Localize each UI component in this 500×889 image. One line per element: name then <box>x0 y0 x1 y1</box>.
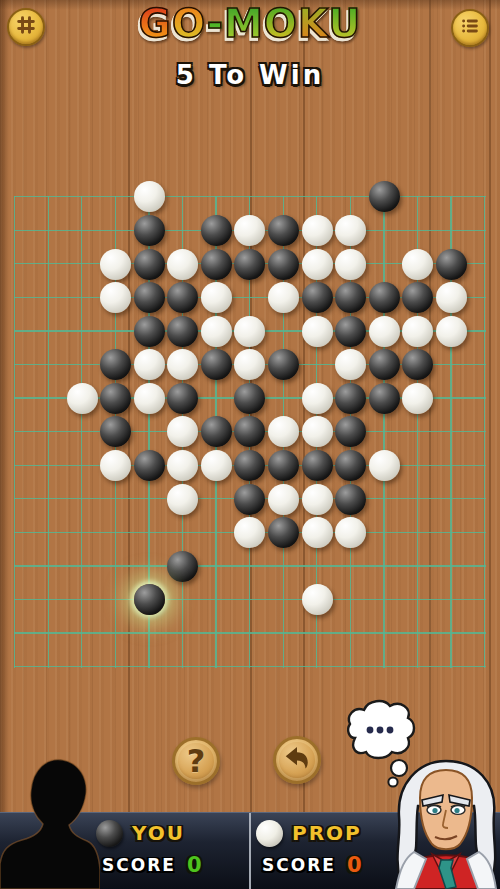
black-stone: ● <box>369 282 400 313</box>
intersection-r0-c3[interactable] <box>99 180 133 214</box>
intersection-r7-c0[interactable] <box>0 415 32 449</box>
intersection-r6-c9[interactable]: ○ <box>300 382 334 416</box>
intersection-r12-c1[interactable] <box>32 583 66 617</box>
intersection-r13-c4[interactable] <box>132 617 166 651</box>
intersection-r5-c1[interactable] <box>32 348 66 382</box>
intersection-r7-c12[interactable] <box>401 415 435 449</box>
intersection-r1-c4[interactable]: ● <box>132 214 166 248</box>
intersection-r13-c9[interactable] <box>300 617 334 651</box>
intersection-r9-c8[interactable]: ○ <box>267 482 301 516</box>
prop-score-label: SCORE <box>262 855 336 875</box>
intersection-r3-c14[interactable] <box>468 281 500 315</box>
intersection-r4-c6[interactable]: ○ <box>200 314 234 348</box>
intersection-r12-c6[interactable] <box>200 583 234 617</box>
intersection-r10-c6[interactable] <box>200 516 234 550</box>
intersection-r14-c7[interactable] <box>233 650 267 684</box>
intersection-r6-c8[interactable] <box>267 382 301 416</box>
intersection-r1-c13[interactable] <box>435 214 469 248</box>
black-stone: ● <box>335 416 366 447</box>
intersection-r8-c8[interactable]: ● <box>267 449 301 483</box>
intersection-r9-c4[interactable] <box>132 482 166 516</box>
intersection-r13-c12[interactable] <box>401 617 435 651</box>
intersection-r0-c2[interactable] <box>65 180 99 214</box>
intersection-r3-c10[interactable]: ● <box>334 281 368 315</box>
board-setup-button[interactable] <box>7 8 45 46</box>
intersection-r9-c0[interactable] <box>0 482 32 516</box>
intersection-r14-c3[interactable] <box>99 650 133 684</box>
intersection-r14-c9[interactable] <box>300 650 334 684</box>
white-stone: ○ <box>302 517 333 548</box>
title-letter: G <box>139 1 172 46</box>
intersection-r0-c9[interactable] <box>300 180 334 214</box>
black-stone: ● <box>335 484 366 515</box>
intersection-r11-c11[interactable] <box>367 549 401 583</box>
intersection-r6-c4[interactable]: ○ <box>132 382 166 416</box>
white-stone: ○ <box>234 316 265 347</box>
intersection-r11-c6[interactable] <box>200 549 234 583</box>
intersection-r14-c14[interactable] <box>468 650 500 684</box>
intersection-r4-c12[interactable]: ○ <box>401 314 435 348</box>
black-stone: ● <box>369 181 400 212</box>
player-prop-name: PROP <box>292 821 362 845</box>
intersection-r7-c14[interactable] <box>468 415 500 449</box>
white-stone: ○ <box>436 282 467 313</box>
intersection-r1-c10[interactable]: ○ <box>334 214 368 248</box>
intersection-r4-c7[interactable]: ○ <box>233 314 267 348</box>
intersection-r7-c11[interactable] <box>367 415 401 449</box>
white-stone: ○ <box>201 450 232 481</box>
undo-button[interactable] <box>273 736 321 784</box>
black-stone: ● <box>402 282 433 313</box>
black-stone: ● <box>167 383 198 414</box>
intersection-r4-c13[interactable]: ○ <box>435 314 469 348</box>
black-stone: ● <box>201 215 232 246</box>
intersection-r14-c1[interactable] <box>32 650 66 684</box>
win-condition-subtitle: 5 To Win <box>0 60 500 90</box>
intersection-r8-c13[interactable] <box>435 449 469 483</box>
intersection-r2-c13[interactable]: ● <box>435 247 469 281</box>
intersection-r14-c10[interactable] <box>334 650 368 684</box>
intersection-r5-c13[interactable] <box>435 348 469 382</box>
black-stone: ● <box>335 450 366 481</box>
intersection-r1-c6[interactable]: ● <box>200 214 234 248</box>
intersection-r5-c5[interactable]: ○ <box>166 348 200 382</box>
white-stone: ○ <box>302 316 333 347</box>
intersection-r11-c12[interactable] <box>401 549 435 583</box>
intersection-r11-c0[interactable] <box>0 549 32 583</box>
intersection-r11-c10[interactable] <box>334 549 368 583</box>
intersection-r4-c4[interactable]: ● <box>132 314 166 348</box>
you-score-value: 0 <box>187 853 202 877</box>
gomoku-board[interactable]: ○●●●○●○○○●○●●●○○○●○●●○○●●●●○●●○○○●○○○●○○… <box>0 180 500 683</box>
black-stone: ● <box>268 249 299 280</box>
black-stone: ● <box>234 249 265 280</box>
help-button[interactable]: ? <box>172 737 220 785</box>
intersection-r7-c4[interactable] <box>132 415 166 449</box>
intersection-r2-c0[interactable] <box>0 247 32 281</box>
intersection-r10-c0[interactable] <box>0 516 32 550</box>
intersection-r0-c12[interactable] <box>401 180 435 214</box>
intersection-r2-c10[interactable]: ○ <box>334 247 368 281</box>
intersection-r0-c4[interactable]: ○ <box>132 180 166 214</box>
intersection-r3-c9[interactable]: ● <box>300 281 334 315</box>
intersection-r0-c1[interactable] <box>32 180 66 214</box>
black-stone: ● <box>234 383 265 414</box>
intersection-r3-c7[interactable] <box>233 281 267 315</box>
intersection-r4-c0[interactable] <box>0 314 32 348</box>
black-stone: ● <box>369 349 400 380</box>
intersection-r12-c5[interactable] <box>166 583 200 617</box>
intersection-r4-c9[interactable]: ○ <box>300 314 334 348</box>
intersection-r3-c0[interactable] <box>0 281 32 315</box>
intersection-r12-c4[interactable]: ● <box>132 583 166 617</box>
intersection-r12-c13[interactable] <box>435 583 469 617</box>
intersection-r11-c7[interactable] <box>233 549 267 583</box>
intersection-r13-c8[interactable] <box>267 617 301 651</box>
intersection-r1-c3[interactable] <box>99 214 133 248</box>
intersection-r11-c5[interactable]: ● <box>166 549 200 583</box>
intersection-r3-c13[interactable]: ○ <box>435 281 469 315</box>
intersection-r7-c8[interactable]: ○ <box>267 415 301 449</box>
black-stone: ● <box>134 316 165 347</box>
intersection-r3-c8[interactable]: ○ <box>267 281 301 315</box>
intersection-r12-c3[interactable] <box>99 583 133 617</box>
intersection-r4-c10[interactable]: ● <box>334 314 368 348</box>
intersection-r6-c10[interactable]: ● <box>334 382 368 416</box>
intersection-r11-c14[interactable] <box>468 549 500 583</box>
black-stone: ● <box>302 450 333 481</box>
intersection-r8-c7[interactable]: ● <box>233 449 267 483</box>
intersection-r9-c12[interactable] <box>401 482 435 516</box>
intersection-r3-c3[interactable]: ○ <box>99 281 133 315</box>
intersection-r1-c5[interactable] <box>166 214 200 248</box>
intersection-r14-c5[interactable] <box>166 650 200 684</box>
intersection-r10-c4[interactable] <box>132 516 166 550</box>
intersection-r6-c1[interactable] <box>32 382 66 416</box>
menu-button[interactable] <box>451 9 489 47</box>
thinking-bubble: ... <box>340 698 420 794</box>
intersection-r6-c6[interactable] <box>200 382 234 416</box>
intersection-r0-c0[interactable] <box>0 180 32 214</box>
intersection-r13-c10[interactable] <box>334 617 368 651</box>
intersection-r14-c13[interactable] <box>435 650 469 684</box>
intersection-r1-c9[interactable]: ○ <box>300 214 334 248</box>
black-stone: ● <box>234 484 265 515</box>
intersection-r2-c7[interactable]: ● <box>233 247 267 281</box>
intersection-r4-c2[interactable] <box>65 314 99 348</box>
intersection-r0-c13[interactable] <box>435 180 469 214</box>
intersection-r8-c11[interactable]: ○ <box>367 449 401 483</box>
black-stone: ● <box>201 349 232 380</box>
intersection-r10-c11[interactable] <box>367 516 401 550</box>
white-stone: ○ <box>302 249 333 280</box>
intersection-r14-c2[interactable] <box>65 650 99 684</box>
white-stone: ○ <box>335 249 366 280</box>
intersection-r8-c1[interactable] <box>32 449 66 483</box>
intersection-r9-c3[interactable] <box>99 482 133 516</box>
intersection-r1-c14[interactable] <box>468 214 500 248</box>
intersection-r10-c14[interactable] <box>468 516 500 550</box>
title-letter: - <box>207 1 224 46</box>
intersection-r9-c1[interactable] <box>32 482 66 516</box>
white-stone: ○ <box>302 215 333 246</box>
intersection-r12-c2[interactable] <box>65 583 99 617</box>
intersection-r9-c10[interactable]: ● <box>334 482 368 516</box>
white-stone: ○ <box>234 517 265 548</box>
intersection-r2-c1[interactable] <box>32 247 66 281</box>
intersection-r12-c8[interactable] <box>267 583 301 617</box>
intersection-r9-c5[interactable]: ○ <box>166 482 200 516</box>
white-stone: ○ <box>302 584 333 615</box>
intersection-r2-c12[interactable]: ○ <box>401 247 435 281</box>
black-stone: ● <box>234 416 265 447</box>
intersection-r12-c11[interactable] <box>367 583 401 617</box>
intersection-r5-c0[interactable] <box>0 348 32 382</box>
intersection-r5-c4[interactable]: ○ <box>132 348 166 382</box>
intersection-r5-c3[interactable]: ● <box>99 348 133 382</box>
intersection-r10-c12[interactable] <box>401 516 435 550</box>
intersection-r14-c11[interactable] <box>367 650 401 684</box>
intersection-r8-c4[interactable]: ● <box>132 449 166 483</box>
intersection-r6-c0[interactable] <box>0 382 32 416</box>
intersection-r1-c11[interactable] <box>367 214 401 248</box>
intersection-r12-c14[interactable] <box>468 583 500 617</box>
intersection-r0-c6[interactable] <box>200 180 234 214</box>
intersection-r1-c2[interactable] <box>65 214 99 248</box>
intersection-r12-c7[interactable] <box>233 583 267 617</box>
intersection-r7-c1[interactable] <box>32 415 66 449</box>
intersection-r8-c10[interactable]: ● <box>334 449 368 483</box>
intersection-r0-c10[interactable] <box>334 180 368 214</box>
intersection-r8-c12[interactable] <box>401 449 435 483</box>
white-stone: ○ <box>167 249 198 280</box>
intersection-r10-c8[interactable]: ● <box>267 516 301 550</box>
white-stone: ○ <box>335 215 366 246</box>
black-stone: ● <box>302 282 333 313</box>
intersection-r0-c11[interactable]: ● <box>367 180 401 214</box>
intersection-r13-c0[interactable] <box>0 617 32 651</box>
intersection-r2-c4[interactable]: ● <box>132 247 166 281</box>
white-stone: ○ <box>201 282 232 313</box>
intersection-r10-c9[interactable]: ○ <box>300 516 334 550</box>
intersection-r12-c10[interactable] <box>334 583 368 617</box>
intersection-r10-c1[interactable] <box>32 516 66 550</box>
intersection-r5-c8[interactable]: ● <box>267 348 301 382</box>
intersection-r11-c9[interactable] <box>300 549 334 583</box>
black-stone: ● <box>100 349 131 380</box>
menu-list-icon <box>459 15 481 41</box>
intersection-r8-c0[interactable] <box>0 449 32 483</box>
intersection-r10-c7[interactable]: ○ <box>233 516 267 550</box>
intersection-r6-c7[interactable]: ● <box>233 382 267 416</box>
intersection-r13-c5[interactable] <box>166 617 200 651</box>
intersection-r14-c8[interactable] <box>267 650 301 684</box>
intersection-r0-c5[interactable] <box>166 180 200 214</box>
intersection-r12-c0[interactable] <box>0 583 32 617</box>
intersection-r2-c11[interactable] <box>367 247 401 281</box>
black-stone: ● <box>335 316 366 347</box>
intersection-r8-c6[interactable]: ○ <box>200 449 234 483</box>
intersection-r6-c14[interactable] <box>468 382 500 416</box>
intersection-r14-c4[interactable] <box>132 650 166 684</box>
white-stone: ○ <box>167 450 198 481</box>
intersection-r12-c9[interactable]: ○ <box>300 583 334 617</box>
intersection-r7-c9[interactable]: ○ <box>300 415 334 449</box>
white-stone: ○ <box>100 282 131 313</box>
intersection-r2-c2[interactable] <box>65 247 99 281</box>
intersection-r13-c11[interactable] <box>367 617 401 651</box>
white-stone: ○ <box>369 450 400 481</box>
black-stone: ● <box>134 282 165 313</box>
black-stone: ● <box>268 517 299 548</box>
intersection-r9-c7[interactable]: ● <box>233 482 267 516</box>
intersection-r7-c3[interactable]: ● <box>99 415 133 449</box>
intersection-r3-c1[interactable] <box>32 281 66 315</box>
intersection-r6-c2[interactable]: ○ <box>65 382 99 416</box>
intersection-r11-c4[interactable] <box>132 549 166 583</box>
intersection-r1-c1[interactable] <box>32 214 66 248</box>
intersection-r13-c2[interactable] <box>65 617 99 651</box>
intersection-r4-c5[interactable]: ● <box>166 314 200 348</box>
intersection-r5-c10[interactable]: ○ <box>334 348 368 382</box>
intersection-r2-c14[interactable] <box>468 247 500 281</box>
white-stone: ○ <box>335 517 366 548</box>
white-stone: ○ <box>100 249 131 280</box>
intersection-r11-c3[interactable] <box>99 549 133 583</box>
intersection-r11-c8[interactable] <box>267 549 301 583</box>
white-stone: ○ <box>134 181 165 212</box>
intersection-r4-c1[interactable] <box>32 314 66 348</box>
intersection-r9-c9[interactable]: ○ <box>300 482 334 516</box>
intersection-r14-c0[interactable] <box>0 650 32 684</box>
title-letter: U <box>328 1 361 46</box>
intersection-r8-c2[interactable] <box>65 449 99 483</box>
intersection-r9-c2[interactable] <box>65 482 99 516</box>
intersection-r7-c6[interactable]: ● <box>200 415 234 449</box>
black-stone: ● <box>335 282 366 313</box>
intersection-r8-c14[interactable] <box>468 449 500 483</box>
intersection-r11-c13[interactable] <box>435 549 469 583</box>
black-stone: ● <box>268 215 299 246</box>
black-stone: ● <box>167 551 198 582</box>
intersection-r6-c11[interactable]: ● <box>367 382 401 416</box>
black-stone: ● <box>201 249 232 280</box>
black-stone: ● <box>335 383 366 414</box>
black-stone: ● <box>436 249 467 280</box>
intersection-r5-c14[interactable] <box>468 348 500 382</box>
intersection-r2-c3[interactable]: ○ <box>99 247 133 281</box>
white-stone: ○ <box>302 484 333 515</box>
undo-arrow-icon <box>282 743 312 777</box>
intersection-r1-c12[interactable] <box>401 214 435 248</box>
intersection-r4-c3[interactable] <box>99 314 133 348</box>
intersection-r1-c8[interactable]: ● <box>267 214 301 248</box>
intersection-r2-c9[interactable]: ○ <box>300 247 334 281</box>
intersection-r10-c5[interactable] <box>166 516 200 550</box>
intersection-r0-c14[interactable] <box>468 180 500 214</box>
intersection-r4-c8[interactable] <box>267 314 301 348</box>
white-stone: ○ <box>167 416 198 447</box>
white-stone: ○ <box>167 484 198 515</box>
intersection-r9-c14[interactable] <box>468 482 500 516</box>
intersection-r4-c14[interactable] <box>468 314 500 348</box>
intersection-r13-c1[interactable] <box>32 617 66 651</box>
intersection-r10-c10[interactable]: ○ <box>334 516 368 550</box>
intersection-r2-c6[interactable]: ● <box>200 247 234 281</box>
intersection-r2-c5[interactable]: ○ <box>166 247 200 281</box>
intersection-r12-c12[interactable] <box>401 583 435 617</box>
white-stone-icon <box>256 820 283 847</box>
intersection-r13-c13[interactable] <box>435 617 469 651</box>
intersection-r6-c5[interactable]: ● <box>166 382 200 416</box>
intersection-r1-c0[interactable] <box>0 214 32 248</box>
intersection-r13-c14[interactable] <box>468 617 500 651</box>
intersection-r5-c12[interactable]: ● <box>401 348 435 382</box>
intersection-r7-c2[interactable] <box>65 415 99 449</box>
intersection-r8-c9[interactable]: ● <box>300 449 334 483</box>
intersection-r5-c11[interactable]: ● <box>367 348 401 382</box>
intersection-r8-c5[interactable]: ○ <box>166 449 200 483</box>
black-stone: ● <box>134 215 165 246</box>
intersection-r3-c4[interactable]: ● <box>132 281 166 315</box>
intersection-r14-c6[interactable] <box>200 650 234 684</box>
intersection-r3-c12[interactable]: ● <box>401 281 435 315</box>
intersection-r5-c6[interactable]: ● <box>200 348 234 382</box>
intersection-r13-c6[interactable] <box>200 617 234 651</box>
intersection-r5-c9[interactable] <box>300 348 334 382</box>
app-title: GO-MOKU <box>0 4 500 43</box>
intersection-r14-c12[interactable] <box>401 650 435 684</box>
title-letter: K <box>298 1 329 46</box>
grid-icon <box>15 14 37 40</box>
intersection-r5-c7[interactable]: ○ <box>233 348 267 382</box>
intersection-r3-c5[interactable]: ● <box>166 281 200 315</box>
intersection-r7-c7[interactable]: ● <box>233 415 267 449</box>
intersection-r7-c13[interactable] <box>435 415 469 449</box>
intersection-r4-c11[interactable]: ○ <box>367 314 401 348</box>
black-stone-last-move: ● <box>134 584 165 615</box>
intersection-r10-c2[interactable] <box>65 516 99 550</box>
intersection-r8-c3[interactable]: ○ <box>99 449 133 483</box>
intersection-r3-c6[interactable]: ○ <box>200 281 234 315</box>
intersection-r0-c8[interactable] <box>267 180 301 214</box>
intersection-r9-c13[interactable] <box>435 482 469 516</box>
intersection-r0-c7[interactable] <box>233 180 267 214</box>
intersection-r10-c13[interactable] <box>435 516 469 550</box>
intersection-r11-c1[interactable] <box>32 549 66 583</box>
intersection-r13-c7[interactable] <box>233 617 267 651</box>
intersection-r6-c13[interactable] <box>435 382 469 416</box>
white-stone: ○ <box>402 383 433 414</box>
intersection-r5-c2[interactable] <box>65 348 99 382</box>
intersection-r11-c2[interactable] <box>65 549 99 583</box>
intersection-r10-c3[interactable] <box>99 516 133 550</box>
intersection-r6-c3[interactable]: ● <box>99 382 133 416</box>
intersection-r3-c11[interactable]: ● <box>367 281 401 315</box>
black-stone: ● <box>402 349 433 380</box>
title-letter: M <box>224 1 264 46</box>
intersection-r2-c8[interactable]: ● <box>267 247 301 281</box>
intersection-r1-c7[interactable]: ○ <box>233 214 267 248</box>
intersection-r7-c5[interactable]: ○ <box>166 415 200 449</box>
intersection-r9-c6[interactable] <box>200 482 234 516</box>
black-stone: ● <box>134 249 165 280</box>
intersection-r3-c2[interactable] <box>65 281 99 315</box>
intersection-r6-c12[interactable]: ○ <box>401 382 435 416</box>
intersection-r9-c11[interactable] <box>367 482 401 516</box>
intersection-r13-c3[interactable] <box>99 617 133 651</box>
intersection-r7-c10[interactable]: ● <box>334 415 368 449</box>
